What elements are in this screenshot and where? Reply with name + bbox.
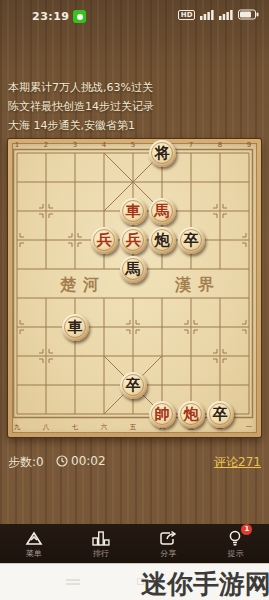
status-bar: 23:19 HD: [0, 8, 269, 26]
piece-glyph: 将: [155, 146, 170, 161]
piece-black-将[interactable]: 将: [149, 140, 176, 167]
hint-icon: 1: [225, 529, 245, 547]
nav-label: 排行: [93, 548, 109, 559]
nav-item-分享[interactable]: 分享: [135, 524, 202, 563]
piece-glyph: 兵: [97, 233, 112, 248]
piece-glyph: 馬: [155, 204, 170, 219]
challenge-info: 本期累计7万人挑战,63%过关 陈文祥最快创造14步过关记录 大海 14步通关,…: [8, 78, 258, 135]
piece-red-兵[interactable]: 兵: [120, 227, 147, 254]
piece-glyph: 帥: [155, 407, 170, 422]
app-screen: 23:19 HD 本期累计7万人挑战,63%过关 陈文祥最快创造14步过关记录 …: [0, 0, 269, 600]
piece-glyph: 炮: [184, 407, 199, 422]
info-line-2: 陈文祥最快创造14步过关记录: [8, 97, 258, 116]
status-icons: HD: [178, 9, 259, 20]
menu-icon: [24, 529, 44, 547]
piece-black-卒[interactable]: 卒: [120, 372, 147, 399]
nav-label: 分享: [160, 548, 176, 559]
game-status-row: 步数:0 00:02 评论271: [0, 452, 269, 472]
piece-glyph: 馬: [126, 262, 141, 277]
nav-item-菜单[interactable]: 菜单: [0, 524, 67, 563]
piece-glyph: 車: [68, 320, 83, 335]
piece-red-車[interactable]: 車: [120, 198, 147, 225]
piece-glyph: 卒: [213, 407, 228, 422]
nav-label: 提示: [227, 548, 243, 559]
ranking-icon: [91, 529, 111, 547]
notification-app-icon: [73, 10, 86, 23]
piece-black-炮[interactable]: 炮: [149, 227, 176, 254]
bottom-nav: 菜单排行分享1提示: [0, 524, 269, 563]
signal2-icon: [219, 9, 233, 20]
piece-red-馬[interactable]: 馬: [149, 198, 176, 225]
nav-label: 菜单: [26, 548, 42, 559]
timer-value: 00:02: [71, 454, 106, 468]
clock-time: 23:19: [32, 10, 70, 23]
share-icon: [158, 529, 178, 547]
piece-red-炮[interactable]: 炮: [178, 401, 205, 428]
timer-icon: [56, 455, 68, 467]
piece-glyph: 兵: [126, 233, 141, 248]
comments-link[interactable]: 评论271: [214, 454, 261, 471]
piece-black-卒[interactable]: 卒: [178, 227, 205, 254]
step-counter: 步数:0: [8, 454, 44, 471]
xiangqi-board[interactable]: 123456789九八七六五四三二一 楚河 漢界 将車馬兵兵炮卒馬車卒帥炮卒: [8, 139, 261, 437]
hint-badge: 1: [241, 524, 252, 535]
nav-item-提示[interactable]: 1提示: [202, 524, 269, 563]
piece-black-車[interactable]: 車: [62, 314, 89, 341]
piece-red-兵[interactable]: 兵: [91, 227, 118, 254]
piece-glyph: 車: [126, 204, 141, 219]
watermark-text: 迷你手游网: [141, 567, 269, 600]
piece-red-帥[interactable]: 帥: [149, 401, 176, 428]
piece-black-馬[interactable]: 馬: [120, 256, 147, 283]
hd-badge: HD: [178, 10, 195, 20]
piece-glyph: 卒: [184, 233, 199, 248]
signal-icon: [200, 9, 214, 20]
decor-mark: [66, 579, 80, 581]
piece-glyph: 炮: [155, 233, 170, 248]
piece-black-卒[interactable]: 卒: [207, 401, 234, 428]
watermark-strip: 迷你手游网: [0, 563, 269, 600]
info-line-1: 本期累计7万人挑战,63%过关: [8, 78, 258, 97]
info-line-3: 大海 14步通关,安徽省第1: [8, 116, 258, 135]
piece-glyph: 卒: [126, 378, 141, 393]
nav-item-排行[interactable]: 排行: [67, 524, 134, 563]
battery-icon: [238, 9, 259, 20]
